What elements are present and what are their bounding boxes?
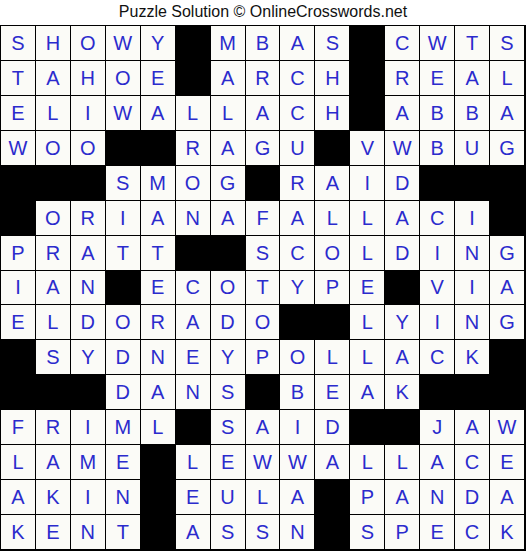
letter-cell-r10c8: P <box>246 340 281 375</box>
letter-cell-r1c13: W <box>420 26 455 61</box>
letter-cell-r8c1: I <box>1 271 36 306</box>
puzzle-solution-page: Puzzle Solution © OnlineCrosswords.net S… <box>0 0 526 551</box>
letter-cell-r13c11: L <box>350 445 385 480</box>
letter-cell-r5c4: S <box>106 166 141 201</box>
letter-cell-r13c12: L <box>385 445 420 480</box>
letter-cell-r3c2: L <box>36 96 71 131</box>
letter-cell-r11c5: A <box>141 375 176 410</box>
black-cell-r4c5 <box>141 131 176 166</box>
black-cell-r15c10 <box>315 515 350 550</box>
letter-cell-r6c11: L <box>350 201 385 236</box>
letter-cell-r8c11: E <box>350 271 385 306</box>
letter-cell-r5c6: O <box>176 166 211 201</box>
letter-cell-r2c15: L <box>490 61 525 96</box>
letter-cell-r3c8: A <box>246 96 281 131</box>
letter-cell-r7c10: O <box>315 236 350 271</box>
letter-cell-r4c9: U <box>280 131 315 166</box>
letter-cell-r15c1: K <box>1 515 36 550</box>
letter-cell-r3c5: A <box>141 96 176 131</box>
letter-cell-r1c4: W <box>106 26 141 61</box>
letter-cell-r14c8: L <box>246 480 281 515</box>
letter-cell-r14c15: A <box>490 480 525 515</box>
letter-cell-r8c2: A <box>36 271 71 306</box>
black-cell-r7c7 <box>211 236 246 271</box>
letter-cell-r10c14: K <box>455 340 490 375</box>
letter-cell-r7c14: N <box>455 236 490 271</box>
letter-cell-r5c5: M <box>141 166 176 201</box>
letter-cell-r7c11: L <box>350 236 385 271</box>
letter-cell-r1c7: M <box>211 26 246 61</box>
letter-cell-r10c7: Y <box>211 340 246 375</box>
letter-cell-r7c5: T <box>141 236 176 271</box>
black-cell-r11c14 <box>455 375 490 410</box>
letter-cell-r13c4: E <box>106 445 141 480</box>
letter-cell-r4c1: W <box>1 131 36 166</box>
letter-cell-r15c2: E <box>36 515 71 550</box>
letter-cell-r12c7: S <box>211 410 246 445</box>
letter-cell-r1c3: O <box>71 26 106 61</box>
letter-cell-r9c11: L <box>350 305 385 340</box>
black-cell-r6c15 <box>490 201 525 236</box>
letter-cell-r11c4: D <box>106 375 141 410</box>
letter-cell-r14c14: D <box>455 480 490 515</box>
letter-cell-r11c6: N <box>176 375 211 410</box>
letter-cell-r3c1: E <box>1 96 36 131</box>
letter-cell-r13c13: A <box>420 445 455 480</box>
letter-cell-r4c12: W <box>385 131 420 166</box>
letter-cell-r3c4: W <box>106 96 141 131</box>
letter-cell-r15c13: E <box>420 515 455 550</box>
letter-cell-r14c9: A <box>280 480 315 515</box>
letter-cell-r15c6: A <box>176 515 211 550</box>
letter-cell-r12c14: A <box>455 410 490 445</box>
letter-cell-r5c10: A <box>315 166 350 201</box>
black-cell-r11c15 <box>490 375 525 410</box>
letter-cell-r6c4: I <box>106 201 141 236</box>
letter-cell-r7c3: A <box>71 236 106 271</box>
letter-cell-r4c15: G <box>490 131 525 166</box>
letter-cell-r4c11: V <box>350 131 385 166</box>
letter-cell-r13c15: E <box>490 445 525 480</box>
letter-cell-r13c1: L <box>1 445 36 480</box>
black-cell-r5c14 <box>455 166 490 201</box>
letter-cell-r4c6: R <box>176 131 211 166</box>
letter-cell-r13c2: A <box>36 445 71 480</box>
letter-cell-r11c11: A <box>350 375 385 410</box>
letter-cell-r10c6: E <box>176 340 211 375</box>
letter-cell-r12c9: I <box>280 410 315 445</box>
letter-cell-r6c2: O <box>36 201 71 236</box>
letter-cell-r3c14: B <box>455 96 490 131</box>
letter-cell-r9c1: E <box>1 305 36 340</box>
black-cell-r2c6 <box>176 61 211 96</box>
letter-cell-r7c2: R <box>36 236 71 271</box>
letter-cell-r8c14: I <box>455 271 490 306</box>
letter-cell-r12c8: A <box>246 410 281 445</box>
page-title: Puzzle Solution © OnlineCrosswords.net <box>0 0 526 25</box>
letter-cell-r6c10: L <box>315 201 350 236</box>
letter-cell-r8c9: Y <box>280 271 315 306</box>
letter-cell-r10c13: C <box>420 340 455 375</box>
letter-cell-r11c10: E <box>315 375 350 410</box>
letter-cell-r10c9: O <box>280 340 315 375</box>
black-cell-r3c11 <box>350 96 385 131</box>
letter-cell-r6c12: A <box>385 201 420 236</box>
black-cell-r5c3 <box>71 166 106 201</box>
letter-cell-r15c7: S <box>211 515 246 550</box>
letter-cell-r11c9: B <box>280 375 315 410</box>
letter-cell-r15c8: S <box>246 515 281 550</box>
black-cell-r5c15 <box>490 166 525 201</box>
letter-cell-r2c9: C <box>280 61 315 96</box>
letter-cell-r9c5: R <box>141 305 176 340</box>
letter-cell-r3c13: B <box>420 96 455 131</box>
letter-cell-r11c12: K <box>385 375 420 410</box>
letter-cell-r9c3: D <box>71 305 106 340</box>
letter-cell-r9c13: I <box>420 305 455 340</box>
letter-cell-r14c12: A <box>385 480 420 515</box>
black-cell-r8c4 <box>106 271 141 306</box>
letter-cell-r2c1: T <box>1 61 36 96</box>
letter-cell-r9c6: A <box>176 305 211 340</box>
letter-cell-r14c1: A <box>1 480 36 515</box>
letter-cell-r9c14: N <box>455 305 490 340</box>
letter-cell-r12c1: F <box>1 410 36 445</box>
letter-cell-r10c2: S <box>36 340 71 375</box>
letter-cell-r8c5: E <box>141 271 176 306</box>
letter-cell-r1c9: A <box>280 26 315 61</box>
black-cell-r5c1 <box>1 166 36 201</box>
black-cell-r5c8 <box>246 166 281 201</box>
letter-cell-r7c15: G <box>490 236 525 271</box>
black-cell-r11c13 <box>420 375 455 410</box>
letter-cell-r1c14: T <box>455 26 490 61</box>
letter-cell-r13c8: W <box>246 445 281 480</box>
letter-cell-r13c3: M <box>71 445 106 480</box>
letter-cell-r6c6: N <box>176 201 211 236</box>
black-cell-r10c1 <box>1 340 36 375</box>
letter-cell-r5c9: R <box>280 166 315 201</box>
letter-cell-r1c8: B <box>246 26 281 61</box>
letter-cell-r12c15: W <box>490 410 525 445</box>
letter-cell-r12c4: M <box>106 410 141 445</box>
letter-cell-r13c14: C <box>455 445 490 480</box>
letter-cell-r9c8: O <box>246 305 281 340</box>
black-cell-r7c6 <box>176 236 211 271</box>
letter-cell-r15c12: P <box>385 515 420 550</box>
letter-cell-r14c6: E <box>176 480 211 515</box>
letter-cell-r14c2: K <box>36 480 71 515</box>
letter-cell-r5c12: D <box>385 166 420 201</box>
black-cell-r11c2 <box>36 375 71 410</box>
letter-cell-r2c2: A <box>36 61 71 96</box>
letter-cell-r2c5: E <box>141 61 176 96</box>
letter-cell-r1c15: S <box>490 26 525 61</box>
letter-cell-r2c8: R <box>246 61 281 96</box>
black-cell-r11c3 <box>71 375 106 410</box>
black-cell-r12c12 <box>385 410 420 445</box>
letter-cell-r7c12: D <box>385 236 420 271</box>
letter-cell-r7c4: T <box>106 236 141 271</box>
letter-cell-r1c2: H <box>36 26 71 61</box>
letter-cell-r7c8: S <box>246 236 281 271</box>
letter-cell-r3c3: I <box>71 96 106 131</box>
letter-cell-r4c2: O <box>36 131 71 166</box>
letter-cell-r2c4: O <box>106 61 141 96</box>
letter-cell-r9c2: L <box>36 305 71 340</box>
letter-cell-r6c13: C <box>420 201 455 236</box>
letter-cell-r14c7: U <box>211 480 246 515</box>
letter-cell-r9c12: Y <box>385 305 420 340</box>
letter-cell-r1c5: Y <box>141 26 176 61</box>
letter-cell-r14c4: N <box>106 480 141 515</box>
letter-cell-r10c4: D <box>106 340 141 375</box>
black-cell-r2c11 <box>350 61 385 96</box>
black-cell-r12c11 <box>350 410 385 445</box>
black-cell-r13c5 <box>141 445 176 480</box>
letter-cell-r13c6: L <box>176 445 211 480</box>
letter-cell-r2c10: H <box>315 61 350 96</box>
letter-cell-r1c12: C <box>385 26 420 61</box>
letter-cell-r9c7: D <box>211 305 246 340</box>
letter-cell-r5c7: G <box>211 166 246 201</box>
letter-cell-r15c14: C <box>455 515 490 550</box>
letter-cell-r9c15: G <box>490 305 525 340</box>
letter-cell-r13c9: W <box>280 445 315 480</box>
black-cell-r14c5 <box>141 480 176 515</box>
letter-cell-r3c6: L <box>176 96 211 131</box>
letter-cell-r3c10: H <box>315 96 350 131</box>
black-cell-r9c10 <box>315 305 350 340</box>
letter-cell-r8c15: A <box>490 271 525 306</box>
letter-cell-r13c7: E <box>211 445 246 480</box>
letter-cell-r9c4: O <box>106 305 141 340</box>
black-cell-r4c4 <box>106 131 141 166</box>
letter-cell-r5c11: I <box>350 166 385 201</box>
letter-cell-r6c8: F <box>246 201 281 236</box>
letter-cell-r13c10: A <box>315 445 350 480</box>
letter-cell-r10c3: Y <box>71 340 106 375</box>
black-cell-r1c6 <box>176 26 211 61</box>
black-cell-r11c8 <box>246 375 281 410</box>
letter-cell-r6c5: A <box>141 201 176 236</box>
letter-cell-r6c14: I <box>455 201 490 236</box>
letter-cell-r15c3: N <box>71 515 106 550</box>
letter-cell-r15c4: T <box>106 515 141 550</box>
letter-cell-r12c3: I <box>71 410 106 445</box>
black-cell-r15c5 <box>141 515 176 550</box>
letter-cell-r4c14: U <box>455 131 490 166</box>
letter-cell-r8c8: T <box>246 271 281 306</box>
letter-cell-r14c3: I <box>71 480 106 515</box>
black-cell-r6c1 <box>1 201 36 236</box>
letter-cell-r15c11: S <box>350 515 385 550</box>
letter-cell-r10c11: L <box>350 340 385 375</box>
black-cell-r4c10 <box>315 131 350 166</box>
letter-cell-r6c3: R <box>71 201 106 236</box>
letter-cell-r8c6: C <box>176 271 211 306</box>
letter-cell-r11c7: S <box>211 375 246 410</box>
letter-cell-r3c12: A <box>385 96 420 131</box>
letter-cell-r7c9: C <box>280 236 315 271</box>
black-cell-r10c15 <box>490 340 525 375</box>
letter-cell-r12c10: D <box>315 410 350 445</box>
letter-cell-r2c3: H <box>71 61 106 96</box>
letter-cell-r8c3: N <box>71 271 106 306</box>
letter-cell-r3c9: C <box>280 96 315 131</box>
letter-cell-r6c7: A <box>211 201 246 236</box>
letter-cell-r2c7: A <box>211 61 246 96</box>
letter-cell-r12c13: J <box>420 410 455 445</box>
black-cell-r5c13 <box>420 166 455 201</box>
letter-cell-r3c7: L <box>211 96 246 131</box>
black-cell-r9c9 <box>280 305 315 340</box>
letter-cell-r10c12: A <box>385 340 420 375</box>
letter-cell-r2c12: R <box>385 61 420 96</box>
letter-cell-r15c9: N <box>280 515 315 550</box>
letter-cell-r2c14: A <box>455 61 490 96</box>
letter-cell-r3c15: A <box>490 96 525 131</box>
letter-cell-r8c7: O <box>211 271 246 306</box>
letter-cell-r15c15: K <box>490 515 525 550</box>
letter-cell-r4c7: A <box>211 131 246 166</box>
letter-cell-r4c3: O <box>71 131 106 166</box>
crossword-grid: SHOWYMBASCWTSTAHOEARCHREALELIWALLACHABBA… <box>0 25 526 551</box>
letter-cell-r4c13: B <box>420 131 455 166</box>
letter-cell-r12c5: L <box>141 410 176 445</box>
black-cell-r5c2 <box>36 166 71 201</box>
letter-cell-r6c9: A <box>280 201 315 236</box>
letter-cell-r10c10: L <box>315 340 350 375</box>
letter-cell-r1c10: S <box>315 26 350 61</box>
black-cell-r8c12 <box>385 271 420 306</box>
black-cell-r1c11 <box>350 26 385 61</box>
letter-cell-r1c1: S <box>1 26 36 61</box>
letter-cell-r7c1: P <box>1 236 36 271</box>
letter-cell-r14c13: N <box>420 480 455 515</box>
letter-cell-r8c13: V <box>420 271 455 306</box>
letter-cell-r8c10: P <box>315 271 350 306</box>
letter-cell-r7c13: I <box>420 236 455 271</box>
letter-cell-r14c11: P <box>350 480 385 515</box>
letter-cell-r4c8: G <box>246 131 281 166</box>
letter-cell-r10c5: N <box>141 340 176 375</box>
letter-cell-r2c13: E <box>420 61 455 96</box>
letter-cell-r12c2: R <box>36 410 71 445</box>
black-cell-r14c10 <box>315 480 350 515</box>
black-cell-r11c1 <box>1 375 36 410</box>
black-cell-r12c6 <box>176 410 211 445</box>
